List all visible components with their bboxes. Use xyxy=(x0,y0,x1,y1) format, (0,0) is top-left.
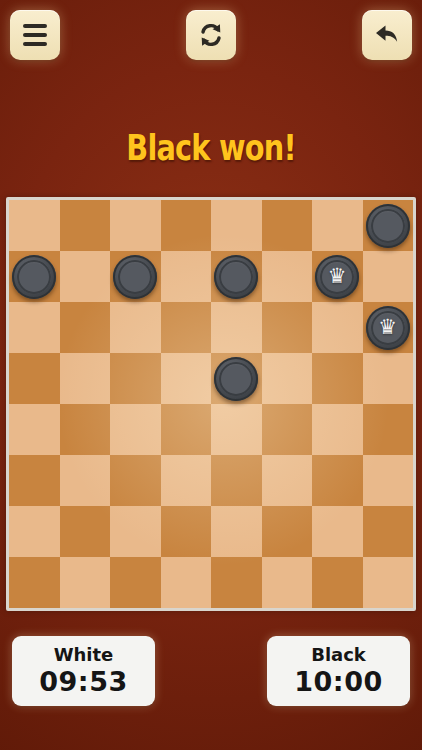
white-clock-panel: White 09:53 xyxy=(12,636,155,706)
board-square[interactable] xyxy=(312,455,363,506)
board-square[interactable] xyxy=(211,353,262,404)
board-square[interactable] xyxy=(9,302,60,353)
white-clock-label: White xyxy=(54,645,114,666)
board-square[interactable] xyxy=(9,200,60,251)
board-square[interactable] xyxy=(161,302,212,353)
board-square[interactable] xyxy=(110,302,161,353)
board-square[interactable] xyxy=(312,506,363,557)
white-clock-time: 09:53 xyxy=(39,666,127,697)
board-square[interactable] xyxy=(110,557,161,608)
board-square[interactable] xyxy=(60,455,111,506)
board-square[interactable] xyxy=(312,557,363,608)
board-square[interactable] xyxy=(262,404,313,455)
board-square[interactable] xyxy=(312,302,363,353)
board-square[interactable] xyxy=(161,353,212,404)
board-square[interactable] xyxy=(60,251,111,302)
clocks-row: White 09:53 Black 10:00 xyxy=(12,636,410,706)
board-square[interactable] xyxy=(211,200,262,251)
board-square[interactable] xyxy=(211,506,262,557)
board-square[interactable] xyxy=(9,404,60,455)
board-square[interactable] xyxy=(60,302,111,353)
board-square[interactable] xyxy=(363,404,414,455)
hamburger-icon xyxy=(23,22,47,48)
board-square[interactable] xyxy=(211,302,262,353)
board-square[interactable] xyxy=(110,455,161,506)
board-square[interactable] xyxy=(363,455,414,506)
board-square[interactable] xyxy=(60,557,111,608)
black-man-piece[interactable] xyxy=(113,255,157,299)
black-man-piece[interactable] xyxy=(12,255,56,299)
restart-button[interactable] xyxy=(186,10,236,60)
board-square[interactable] xyxy=(312,200,363,251)
board-square[interactable] xyxy=(60,200,111,251)
board-square[interactable] xyxy=(262,506,313,557)
board-grid: ♛♛ xyxy=(9,200,413,608)
board-square[interactable] xyxy=(312,404,363,455)
menu-button[interactable] xyxy=(10,10,60,60)
undo-arrow-icon xyxy=(372,20,402,50)
board-square[interactable] xyxy=(262,353,313,404)
game-result-title: Black won! xyxy=(42,127,380,168)
board-square[interactable] xyxy=(363,506,414,557)
board-square[interactable] xyxy=(363,353,414,404)
board-square[interactable] xyxy=(110,251,161,302)
board-square[interactable] xyxy=(9,557,60,608)
board-square[interactable] xyxy=(262,200,313,251)
board-square[interactable] xyxy=(211,251,262,302)
board-square[interactable] xyxy=(60,404,111,455)
board-square[interactable] xyxy=(262,302,313,353)
board-square[interactable] xyxy=(110,404,161,455)
king-crown-icon: ♛ xyxy=(328,266,347,287)
board-square[interactable] xyxy=(9,455,60,506)
board-square[interactable] xyxy=(161,557,212,608)
board-square[interactable] xyxy=(363,200,414,251)
board-square[interactable] xyxy=(262,455,313,506)
board-square[interactable] xyxy=(363,557,414,608)
board-square[interactable] xyxy=(60,353,111,404)
board-square[interactable] xyxy=(110,200,161,251)
black-clock-panel: Black 10:00 xyxy=(267,636,410,706)
board-square[interactable] xyxy=(9,251,60,302)
black-clock-label: Black xyxy=(311,645,366,666)
board-square[interactable] xyxy=(110,353,161,404)
black-man-piece[interactable] xyxy=(214,357,258,401)
board-square[interactable] xyxy=(312,353,363,404)
board-square[interactable] xyxy=(9,353,60,404)
board-square[interactable] xyxy=(262,557,313,608)
board-square[interactable]: ♛ xyxy=(363,302,414,353)
refresh-icon xyxy=(197,21,225,49)
black-king-piece[interactable]: ♛ xyxy=(366,306,410,350)
board-square[interactable] xyxy=(161,455,212,506)
board-square[interactable]: ♛ xyxy=(312,251,363,302)
board-square[interactable] xyxy=(262,251,313,302)
board-square[interactable] xyxy=(60,506,111,557)
toolbar xyxy=(10,10,412,60)
undo-button[interactable] xyxy=(362,10,412,60)
black-man-piece[interactable] xyxy=(214,255,258,299)
board-square[interactable] xyxy=(161,506,212,557)
board-square[interactable] xyxy=(110,506,161,557)
board-square[interactable] xyxy=(161,404,212,455)
board-square[interactable] xyxy=(9,506,60,557)
board-square[interactable] xyxy=(363,251,414,302)
black-king-piece[interactable]: ♛ xyxy=(315,255,359,299)
board-square[interactable] xyxy=(161,251,212,302)
board-square[interactable] xyxy=(211,455,262,506)
board-square[interactable] xyxy=(211,404,262,455)
board-square[interactable] xyxy=(211,557,262,608)
black-clock-time: 10:00 xyxy=(294,666,382,697)
app-screen: Black won! ♛♛ White 09:53 Black 10:00 xyxy=(0,0,422,750)
king-crown-icon: ♛ xyxy=(378,317,397,338)
black-man-piece[interactable] xyxy=(366,204,410,248)
checkers-board: ♛♛ xyxy=(6,197,416,611)
board-square[interactable] xyxy=(161,200,212,251)
